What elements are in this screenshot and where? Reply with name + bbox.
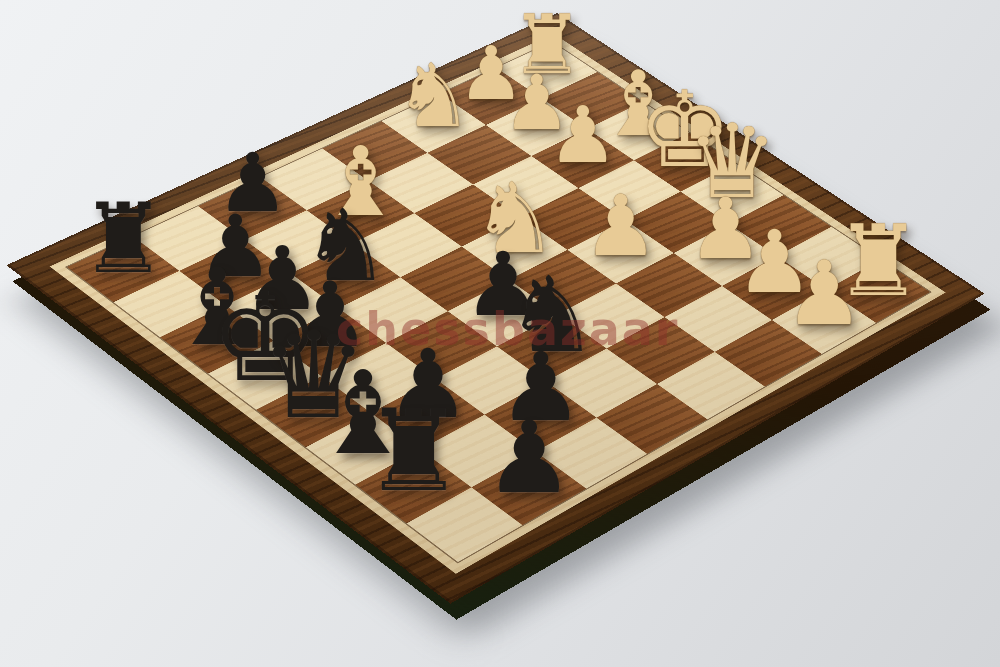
piece-black-pawn-a7[interactable]: ♟ [484, 408, 573, 508]
piece-white-knight-h3[interactable]: ♞ [395, 53, 474, 141]
piece-black-rook-h8[interactable]: ♜ [80, 191, 167, 288]
piece-white-pawn-a2[interactable]: ♟ [784, 250, 864, 339]
piece-white-pawn-f2[interactable]: ♟ [548, 95, 618, 173]
piece-black-rook-b8[interactable]: ♜ [363, 395, 464, 508]
scene: ♜♜♚♛♝♝♞♞♟♟♟♟♟♟♟♜♜♚♛♝♝♞♞♟♟♟♟♟♟♟♟ chessbaz… [0, 0, 1000, 667]
